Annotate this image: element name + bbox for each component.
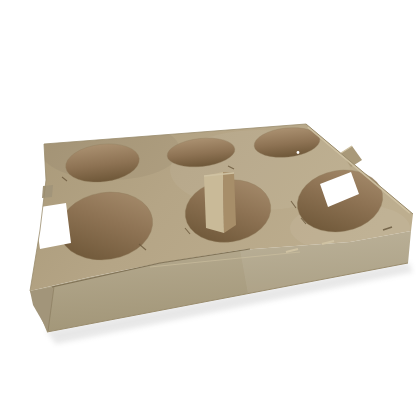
divider-panel-light bbox=[204, 172, 224, 233]
divider-partition bbox=[204, 172, 236, 233]
handle-cutout-left bbox=[34, 203, 71, 249]
pinhole-highlight bbox=[297, 151, 300, 154]
cup-carrier-illustration bbox=[0, 0, 416, 416]
product-photo: Brown kraft cardboard take-away drink ca… bbox=[0, 0, 416, 416]
divider-panel-shaded bbox=[223, 172, 236, 233]
